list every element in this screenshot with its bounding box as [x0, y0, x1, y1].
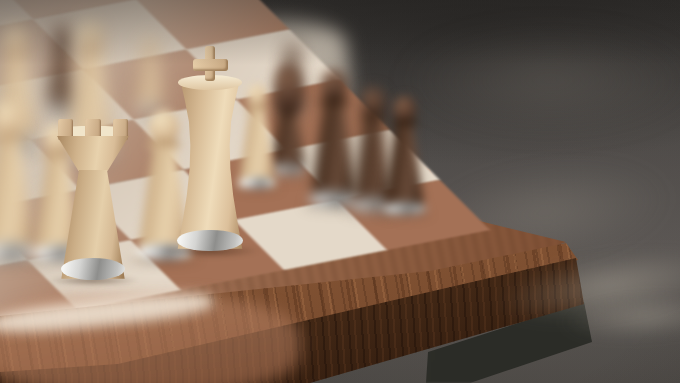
chess-photo-stage: Close-up photograph of a modern minimali… — [0, 0, 680, 383]
pawn-head — [393, 96, 416, 124]
pawn-ring — [391, 120, 418, 127]
